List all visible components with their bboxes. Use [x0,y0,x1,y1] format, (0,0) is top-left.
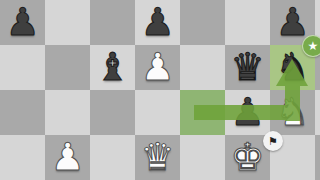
square-h4[interactable] [315,135,320,180]
square-d7[interactable]: ♟ [135,0,180,45]
white-pawn-b4[interactable]: ♟ [50,138,84,176]
square-a6[interactable] [0,45,45,90]
flag-icon: ⚑ [263,131,283,151]
square-c6[interactable]: ♝ [90,45,135,90]
white-pawn-d6[interactable]: ♟ [140,48,174,86]
white-knight-g5[interactable]: ♞ [275,93,309,131]
square-a5[interactable] [0,90,45,135]
square-a7[interactable]: ♟ [0,0,45,45]
square-c4[interactable] [90,135,135,180]
square-d4[interactable]: ♛ [135,135,180,180]
square-a4[interactable] [0,135,45,180]
square-c5[interactable] [90,90,135,135]
flag-glyph: ⚑ [268,136,278,147]
best-move-star-icon: ★ [302,35,320,57]
square-d5[interactable] [135,90,180,135]
square-e6[interactable] [180,45,225,90]
white-queen-d4[interactable]: ♛ [140,138,174,176]
square-d6[interactable]: ♟ [135,45,180,90]
white-king-f4[interactable]: ♚ [230,138,264,176]
square-f6[interactable]: ♛ [225,45,270,90]
square-b5[interactable] [45,90,90,135]
board-viewport: ♟♟♟♝♟♛♞♟♞♟♛♚ ★ ⚑ [0,0,320,180]
square-h5[interactable] [315,90,320,135]
square-b4[interactable]: ♟ [45,135,90,180]
black-bishop-c6[interactable]: ♝ [95,48,129,86]
black-pawn-f5[interactable]: ♟ [230,93,264,131]
square-b7[interactable] [45,0,90,45]
black-pawn-g7[interactable]: ♟ [275,3,309,41]
square-e4[interactable] [180,135,225,180]
black-queen-f6[interactable]: ♛ [230,48,264,86]
black-pawn-a7[interactable]: ♟ [5,3,39,41]
chess-board: ♟♟♟♝♟♛♞♟♞♟♛♚ [0,0,320,180]
black-pawn-d7[interactable]: ♟ [140,3,174,41]
square-e7[interactable] [180,0,225,45]
square-c7[interactable] [90,0,135,45]
star-glyph: ★ [308,40,319,52]
square-e5[interactable] [180,90,225,135]
square-g5[interactable]: ♞ [270,90,315,135]
square-b6[interactable] [45,45,90,90]
square-f7[interactable] [225,0,270,45]
square-f5[interactable]: ♟ [225,90,270,135]
